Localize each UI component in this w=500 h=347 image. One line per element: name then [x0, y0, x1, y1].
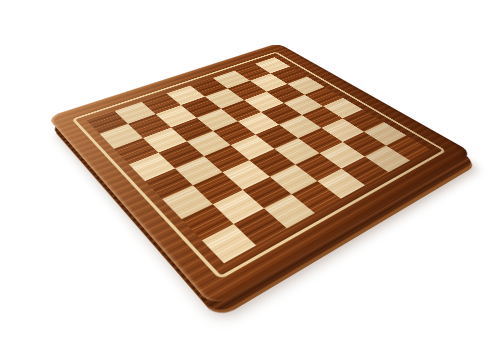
chess-board	[47, 43, 473, 308]
inlay-border	[71, 52, 446, 280]
product-photo	[0, 0, 500, 347]
playing-area	[87, 57, 430, 263]
